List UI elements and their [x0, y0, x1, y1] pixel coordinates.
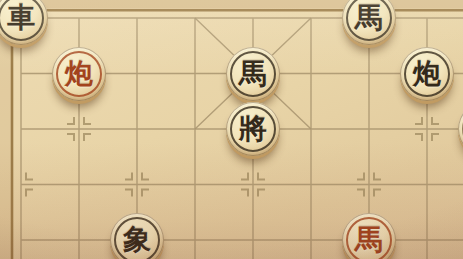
board-intersection[interactable] [340, 157, 398, 213]
board-intersection[interactable]: 馬 [340, 212, 398, 259]
board-intersection[interactable] [282, 46, 340, 102]
board-intersection[interactable]: 將 [224, 101, 282, 157]
piece-black-horse[interactable]: 馬 [226, 47, 280, 101]
board-intersection[interactable]: 炮 [398, 46, 456, 102]
board-intersection[interactable] [0, 101, 50, 157]
board-intersection[interactable] [108, 46, 166, 102]
board-intersection[interactable] [282, 212, 340, 259]
board-intersection[interactable] [282, 101, 340, 157]
piece-character: 炮 [413, 60, 441, 88]
board-intersection[interactable]: 車 [0, 0, 50, 46]
board-intersection[interactable] [456, 46, 463, 102]
board-intersection[interactable] [398, 101, 456, 157]
board-intersection[interactable] [0, 46, 50, 102]
board-intersection[interactable] [224, 0, 282, 46]
board-intersection[interactable] [456, 157, 463, 213]
board-intersection[interactable] [398, 212, 456, 259]
board-intersection[interactable]: 象 [108, 212, 166, 259]
board-intersection[interactable] [340, 46, 398, 102]
board-intersection[interactable] [456, 101, 463, 157]
board-intersection[interactable] [108, 101, 166, 157]
piece-red-cannon[interactable]: 炮 [52, 47, 106, 101]
board-intersection[interactable] [108, 157, 166, 213]
board-intersection[interactable] [50, 157, 108, 213]
piece-character: 將 [239, 115, 267, 143]
board-intersection[interactable] [398, 157, 456, 213]
piece-character: 馬 [355, 4, 383, 32]
piece-black-elephant[interactable]: 象 [110, 213, 164, 259]
piece-red-horse[interactable]: 馬 [342, 213, 396, 259]
piece-black-horse[interactable]: 馬 [342, 0, 396, 45]
board-intersection[interactable] [166, 0, 224, 46]
board-intersection[interactable] [282, 0, 340, 46]
piece-black-cannon[interactable]: 炮 [400, 47, 454, 101]
board-intersection[interactable] [340, 101, 398, 157]
piece-black-general[interactable]: 將 [226, 102, 280, 156]
board-intersection[interactable] [166, 101, 224, 157]
piece-character: 馬 [239, 60, 267, 88]
board-intersection[interactable] [456, 212, 463, 259]
piece-character: 馬 [355, 226, 383, 254]
board-intersection[interactable] [0, 212, 50, 259]
board-intersection[interactable] [166, 46, 224, 102]
piece-character: 車 [7, 4, 35, 32]
piece-black-chariot[interactable]: 車 [0, 0, 48, 45]
board-intersection[interactable] [398, 0, 456, 46]
piece-character: 象 [123, 226, 151, 254]
board-intersection[interactable] [224, 157, 282, 213]
board-grid: 車馬炮馬炮將象馬 [0, 0, 463, 259]
board-intersection[interactable] [166, 212, 224, 259]
board-intersection[interactable]: 馬 [340, 0, 398, 46]
piece-character: 炮 [65, 60, 93, 88]
board-intersection[interactable] [50, 0, 108, 46]
xiangqi-board: 車馬炮馬炮將象馬 [0, 0, 463, 259]
board-intersection[interactable]: 炮 [50, 46, 108, 102]
board-intersection[interactable] [50, 101, 108, 157]
board-intersection[interactable] [50, 212, 108, 259]
board-intersection[interactable] [456, 0, 463, 46]
board-intersection[interactable]: 馬 [224, 46, 282, 102]
piece-unknown-cropped-piece[interactable] [458, 102, 463, 156]
board-intersection[interactable] [0, 157, 50, 213]
board-intersection[interactable] [108, 0, 166, 46]
board-intersection[interactable] [166, 157, 224, 213]
board-intersection[interactable] [224, 212, 282, 259]
board-intersection[interactable] [282, 157, 340, 213]
